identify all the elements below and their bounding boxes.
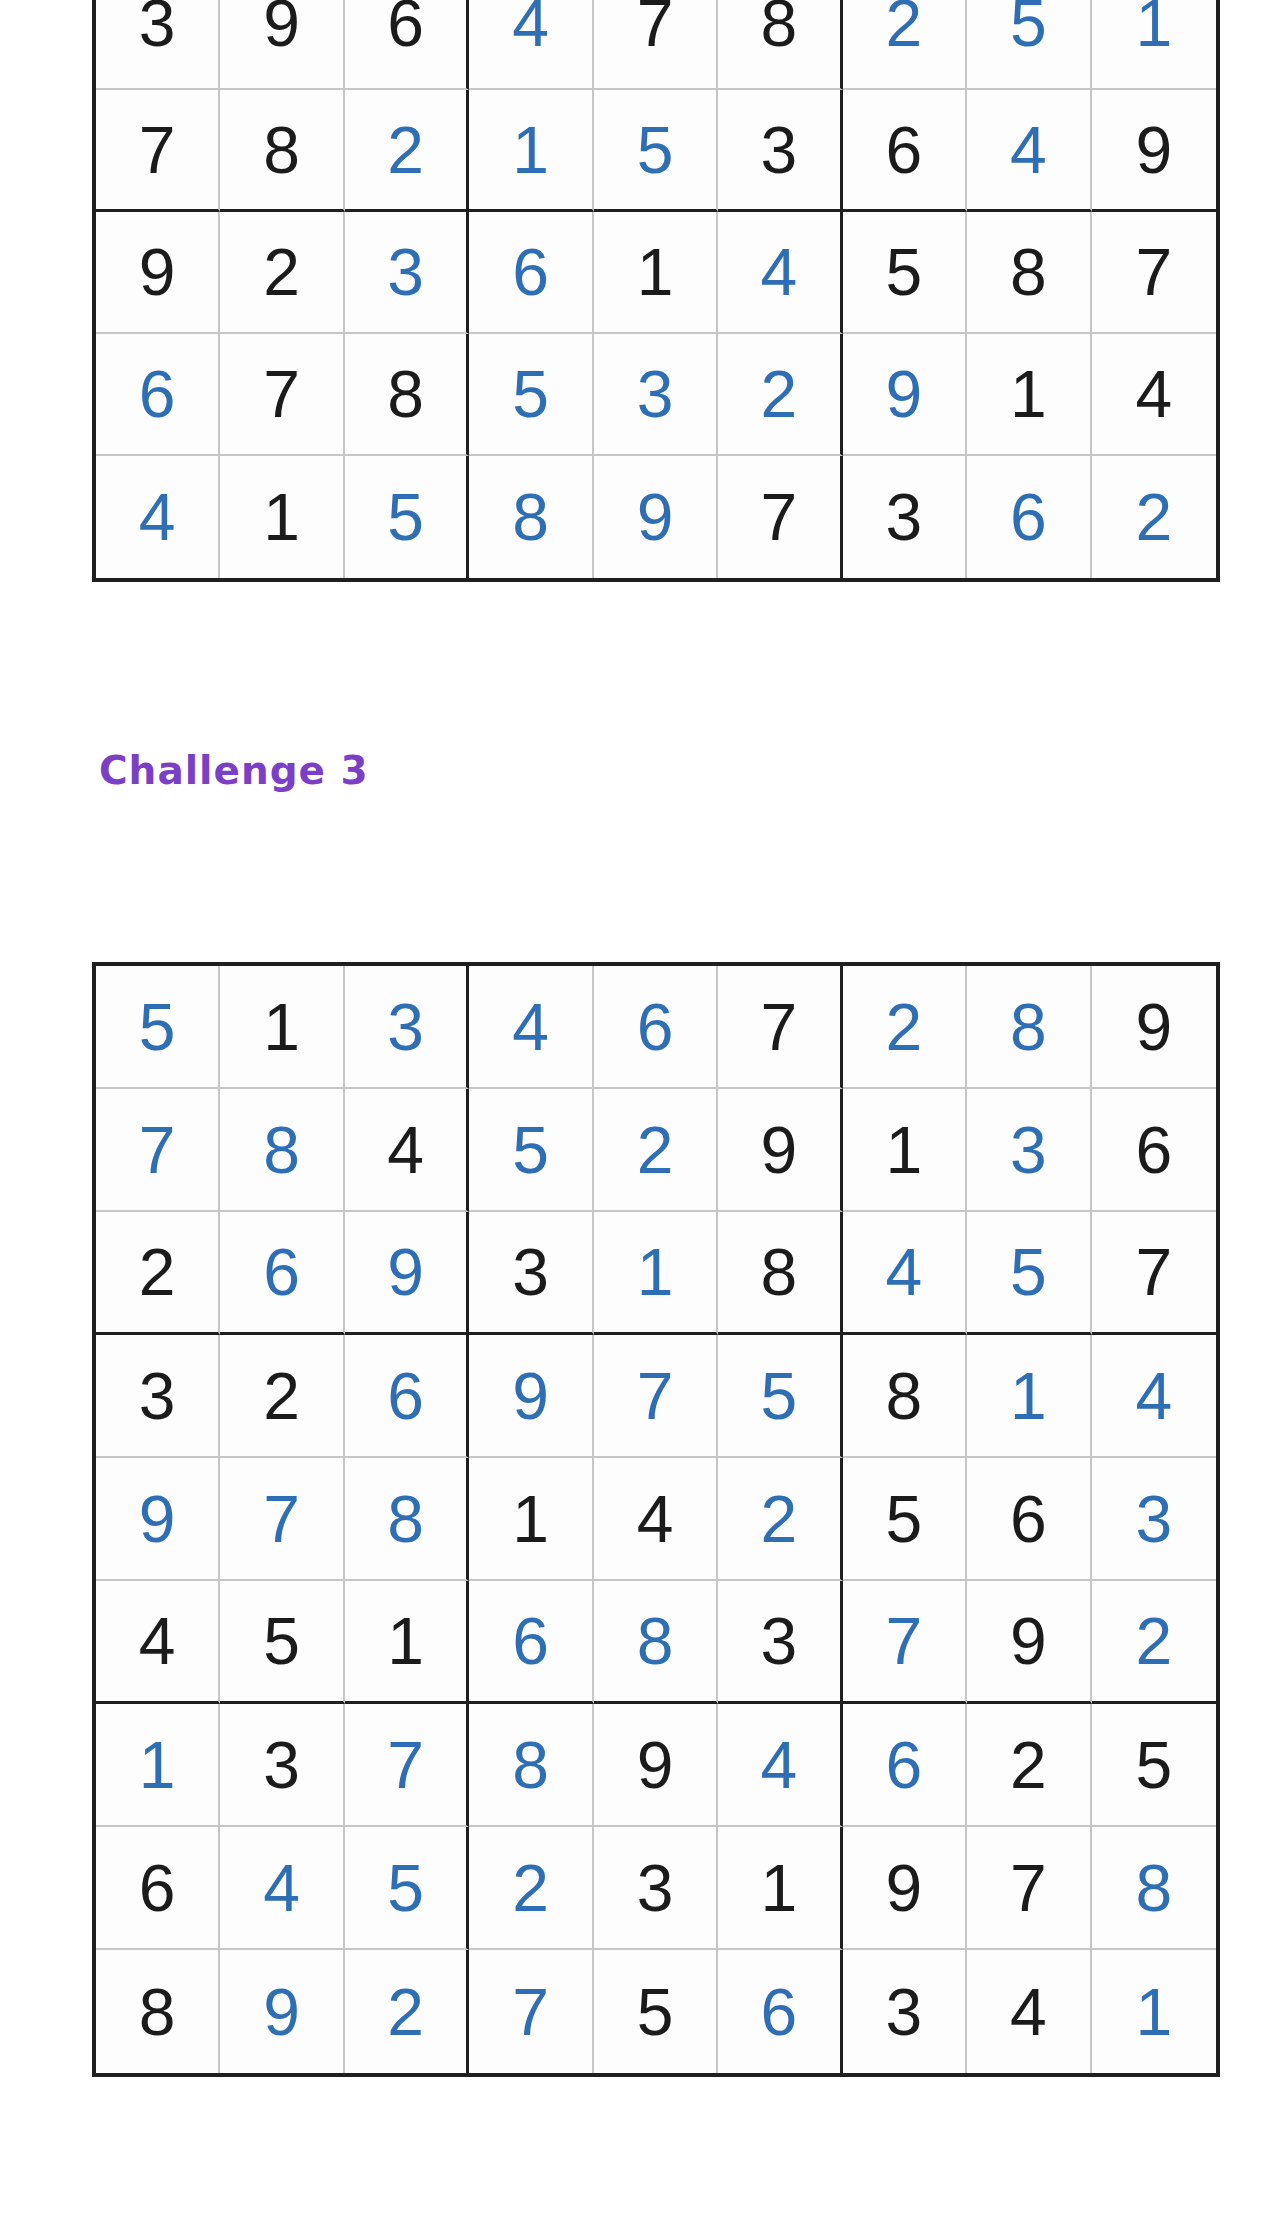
cell-digit: 9	[263, 1979, 300, 2045]
cell-r6-c8[interactable]: 4	[967, 90, 1091, 212]
cell-r6-c3[interactable]: 1	[345, 1581, 469, 1704]
cell-digit: 5	[1010, 1239, 1047, 1305]
cell-r4-c7[interactable]: 8	[843, 1335, 967, 1458]
cell-digit: 3	[761, 117, 798, 183]
cell-r9-c4[interactable]: 8	[469, 456, 593, 578]
cell-digit: 8	[263, 117, 300, 183]
cell-r3-c8[interactable]: 5	[967, 1212, 1091, 1335]
cell-digit: 4	[886, 1239, 923, 1305]
cell-r8-c3[interactable]: 5	[345, 1827, 469, 1950]
cell-r8-c2[interactable]: 4	[220, 1827, 344, 1950]
cell-r7-c6[interactable]: 4	[718, 1704, 842, 1827]
cell-r6-c4[interactable]: 1	[469, 90, 593, 212]
cell-r3-c3[interactable]: 9	[345, 1212, 469, 1335]
cell-digit: 7	[263, 1486, 300, 1552]
cell-r6-c6[interactable]: 3	[718, 1581, 842, 1704]
cell-digit: 3	[263, 1732, 300, 1798]
cell-r4-c4[interactable]: 9	[469, 1335, 593, 1458]
cell-digit: 6	[139, 361, 176, 427]
cell-digit: 3	[886, 1979, 923, 2045]
cell-r5-c6[interactable]: 8	[718, 0, 842, 90]
cell-r1-c3[interactable]: 3	[345, 966, 469, 1089]
cell-r5-c3[interactable]: 6	[345, 0, 469, 90]
cell-r9-c4[interactable]: 7	[469, 1950, 593, 2073]
cell-digit: 8	[1010, 239, 1047, 305]
cell-r7-c4[interactable]: 6	[469, 212, 593, 334]
cell-r5-c1[interactable]: 9	[96, 1458, 220, 1581]
cell-digit: 8	[637, 1608, 674, 1674]
cell-digit: 1	[1010, 1363, 1047, 1429]
cell-digit: 3	[139, 1363, 176, 1429]
cell-r9-c7[interactable]: 3	[843, 1950, 967, 2073]
cell-digit: 7	[761, 994, 798, 1060]
cell-digit: 1	[637, 1239, 674, 1305]
cell-r8-c5[interactable]: 3	[594, 334, 718, 456]
cell-digit: 1	[761, 1855, 798, 1921]
cell-r2-c4[interactable]: 5	[469, 1089, 593, 1212]
cell-digit: 4	[637, 1486, 674, 1552]
cell-digit: 6	[1010, 484, 1047, 550]
cell-digit: 3	[139, 0, 176, 56]
cell-r8-c5[interactable]: 3	[594, 1827, 718, 1950]
cell-r8-c2[interactable]: 7	[220, 334, 344, 456]
cell-r6-c8[interactable]: 9	[967, 1581, 1091, 1704]
cell-digit: 5	[637, 117, 674, 183]
cell-digit: 9	[637, 1732, 674, 1798]
cell-r3-c5[interactable]: 1	[594, 1212, 718, 1335]
cell-r2-c6[interactable]: 9	[718, 1089, 842, 1212]
cell-digit: 4	[512, 0, 549, 56]
cell-digit: 8	[761, 0, 798, 56]
cell-digit: 1	[1135, 0, 1172, 56]
cell-digit: 2	[886, 0, 923, 56]
cell-digit: 8	[512, 484, 549, 550]
cell-r5-c7[interactable]: 2	[843, 0, 967, 90]
cell-digit: 8	[1135, 1855, 1172, 1921]
cell-digit: 6	[387, 0, 424, 56]
cell-digit: 6	[886, 117, 923, 183]
cell-digit: 5	[886, 239, 923, 305]
cell-r4-c3[interactable]: 6	[345, 1335, 469, 1458]
cell-digit: 4	[761, 239, 798, 305]
cell-r7-c9[interactable]: 7	[1092, 212, 1216, 334]
cell-r6-c2[interactable]: 8	[220, 90, 344, 212]
cell-r4-c5[interactable]: 7	[594, 1335, 718, 1458]
cell-r2-c5[interactable]: 2	[594, 1089, 718, 1212]
cell-digit: 7	[512, 1979, 549, 2045]
cell-r8-c9[interactable]: 4	[1092, 334, 1216, 456]
cell-digit: 1	[886, 1117, 923, 1183]
cell-digit: 3	[637, 361, 674, 427]
cell-digit: 4	[1010, 117, 1047, 183]
cell-r2-c9[interactable]: 6	[1092, 1089, 1216, 1212]
cell-r6-c9[interactable]: 2	[1092, 1581, 1216, 1704]
cell-digit: 6	[512, 239, 549, 305]
cell-r9-c8[interactable]: 6	[967, 456, 1091, 578]
page: 3964782517821536499236145876785329144158…	[0, 0, 1280, 2221]
cell-digit: 9	[139, 1486, 176, 1552]
cell-digit: 2	[387, 117, 424, 183]
cell-r7-c8[interactable]: 2	[967, 1704, 1091, 1827]
cell-r6-c9[interactable]: 9	[1092, 90, 1216, 212]
cell-r3-c7[interactable]: 4	[843, 1212, 967, 1335]
cell-digit: 3	[512, 1239, 549, 1305]
cell-digit: 2	[512, 1855, 549, 1921]
cell-r1-c5[interactable]: 6	[594, 966, 718, 1089]
cell-r3-c9[interactable]: 7	[1092, 1212, 1216, 1335]
cell-r6-c3[interactable]: 2	[345, 90, 469, 212]
cell-r8-c1[interactable]: 6	[96, 1827, 220, 1950]
cell-r6-c4[interactable]: 6	[469, 1581, 593, 1704]
cell-r9-c5[interactable]: 5	[594, 1950, 718, 2073]
cell-r5-c9[interactable]: 1	[1092, 0, 1216, 90]
cell-digit: 7	[387, 1732, 424, 1798]
cell-digit: 2	[387, 1979, 424, 2045]
cell-digit: 5	[139, 994, 176, 1060]
cell-r2-c3[interactable]: 4	[345, 1089, 469, 1212]
cell-r2-c2[interactable]: 8	[220, 1089, 344, 1212]
cell-r3-c6[interactable]: 8	[718, 1212, 842, 1335]
cell-r4-c8[interactable]: 1	[967, 1335, 1091, 1458]
cell-r2-c8[interactable]: 3	[967, 1089, 1091, 1212]
cell-r1-c9[interactable]: 9	[1092, 966, 1216, 1089]
cell-r7-c5[interactable]: 9	[594, 1704, 718, 1827]
cell-digit: 5	[637, 1979, 674, 2045]
cell-digit: 3	[886, 484, 923, 550]
cell-r6-c2[interactable]: 5	[220, 1581, 344, 1704]
cell-digit: 9	[263, 0, 300, 56]
cell-r7-c1[interactable]: 9	[96, 212, 220, 334]
cell-digit: 7	[1135, 1239, 1172, 1305]
cell-r7-c2[interactable]: 3	[220, 1704, 344, 1827]
cell-r9-c6[interactable]: 7	[718, 456, 842, 578]
cell-digit: 4	[761, 1732, 798, 1798]
cell-r8-c7[interactable]: 9	[843, 334, 967, 456]
cell-r1-c6[interactable]: 7	[718, 966, 842, 1089]
cell-r9-c1[interactable]: 4	[96, 456, 220, 578]
cell-digit: 9	[512, 1363, 549, 1429]
cell-digit: 9	[387, 1239, 424, 1305]
cell-r5-c4[interactable]: 1	[469, 1458, 593, 1581]
cell-digit: 1	[139, 1732, 176, 1798]
cell-digit: 6	[1135, 1117, 1172, 1183]
cell-digit: 2	[761, 361, 798, 427]
cell-digit: 8	[512, 1732, 549, 1798]
cell-digit: 2	[886, 994, 923, 1060]
cell-digit: 4	[512, 994, 549, 1060]
cell-digit: 1	[512, 1486, 549, 1552]
cell-digit: 9	[886, 361, 923, 427]
cell-digit: 4	[1135, 1363, 1172, 1429]
cell-r8-c6[interactable]: 1	[718, 1827, 842, 1950]
cell-digit: 1	[1135, 1979, 1172, 2045]
cell-r8-c9[interactable]: 8	[1092, 1827, 1216, 1950]
sudoku-grid-challenge-3: 5134672897845291362693184573269758149781…	[92, 962, 1220, 2077]
cell-r7-c9[interactable]: 5	[1092, 1704, 1216, 1827]
cell-digit: 4	[387, 1117, 424, 1183]
cell-digit: 6	[637, 994, 674, 1060]
cell-digit: 2	[761, 1486, 798, 1552]
cell-digit: 7	[886, 1608, 923, 1674]
cell-digit: 6	[512, 1608, 549, 1674]
cell-digit: 3	[1010, 1117, 1047, 1183]
cell-r3-c4[interactable]: 3	[469, 1212, 593, 1335]
cell-r9-c6[interactable]: 6	[718, 1950, 842, 2073]
cell-r5-c9[interactable]: 3	[1092, 1458, 1216, 1581]
cell-digit: 5	[1135, 1732, 1172, 1798]
cell-digit: 8	[387, 361, 424, 427]
cell-digit: 6	[886, 1732, 923, 1798]
cell-r9-c3[interactable]: 2	[345, 1950, 469, 2073]
cell-r5-c8[interactable]: 5	[967, 0, 1091, 90]
cell-r5-c4[interactable]: 4	[469, 0, 593, 90]
cell-digit: 9	[1135, 994, 1172, 1060]
cell-r9-c2[interactable]: 1	[220, 456, 344, 578]
cell-r7-c5[interactable]: 1	[594, 212, 718, 334]
cell-r5-c5[interactable]: 4	[594, 1458, 718, 1581]
cell-digit: 4	[139, 1608, 176, 1674]
cell-digit: 5	[387, 484, 424, 550]
cell-r6-c7[interactable]: 6	[843, 90, 967, 212]
cell-r4-c1[interactable]: 3	[96, 1335, 220, 1458]
cell-r6-c6[interactable]: 3	[718, 90, 842, 212]
cell-digit: 6	[139, 1855, 176, 1921]
cell-r5-c3[interactable]: 8	[345, 1458, 469, 1581]
cell-digit: 8	[139, 1979, 176, 2045]
cell-digit: 2	[1135, 1608, 1172, 1674]
cell-r7-c3[interactable]: 3	[345, 212, 469, 334]
cell-digit: 2	[1135, 484, 1172, 550]
cell-r6-c1[interactable]: 7	[96, 90, 220, 212]
cell-r7-c1[interactable]: 1	[96, 1704, 220, 1827]
cell-digit: 8	[387, 1486, 424, 1552]
cell-digit: 7	[139, 117, 176, 183]
cell-r9-c9[interactable]: 1	[1092, 1950, 1216, 2073]
cell-r5-c2[interactable]: 9	[220, 0, 344, 90]
cell-r5-c7[interactable]: 5	[843, 1458, 967, 1581]
cell-r2-c1[interactable]: 7	[96, 1089, 220, 1212]
cell-digit: 1	[637, 239, 674, 305]
cell-r6-c5[interactable]: 8	[594, 1581, 718, 1704]
cell-digit: 7	[1010, 1855, 1047, 1921]
cell-r7-c7[interactable]: 6	[843, 1704, 967, 1827]
cell-digit: 5	[761, 1363, 798, 1429]
cell-digit: 8	[886, 1363, 923, 1429]
cell-digit: 4	[1135, 361, 1172, 427]
cell-digit: 3	[387, 239, 424, 305]
cell-digit: 1	[387, 1608, 424, 1674]
cell-r9-c7[interactable]: 3	[843, 456, 967, 578]
cell-r9-c9[interactable]: 2	[1092, 456, 1216, 578]
cell-digit: 5	[512, 361, 549, 427]
cell-digit: 6	[1010, 1486, 1047, 1552]
cell-r8-c8[interactable]: 1	[967, 334, 1091, 456]
cell-r8-c4[interactable]: 2	[469, 1827, 593, 1950]
cell-digit: 2	[263, 1363, 300, 1429]
cell-r5-c6[interactable]: 2	[718, 1458, 842, 1581]
cell-digit: 3	[761, 1608, 798, 1674]
cell-r6-c1[interactable]: 4	[96, 1581, 220, 1704]
cell-digit: 2	[1010, 1732, 1047, 1798]
cell-r9-c2[interactable]: 9	[220, 1950, 344, 2073]
cell-digit: 5	[512, 1117, 549, 1183]
cell-r5-c5[interactable]: 7	[594, 0, 718, 90]
cell-digit: 4	[139, 484, 176, 550]
cell-r5-c2[interactable]: 7	[220, 1458, 344, 1581]
cell-digit: 5	[1010, 0, 1047, 56]
cell-digit: 7	[761, 484, 798, 550]
cell-digit: 1	[263, 484, 300, 550]
cell-r9-c5[interactable]: 9	[594, 456, 718, 578]
cell-r1-c7[interactable]: 2	[843, 966, 967, 1089]
cell-r1-c8[interactable]: 8	[967, 966, 1091, 1089]
cell-digit: 2	[637, 1117, 674, 1183]
cell-digit: 3	[387, 994, 424, 1060]
cell-r3-c1[interactable]: 2	[96, 1212, 220, 1335]
cell-r2-c7[interactable]: 1	[843, 1089, 967, 1212]
cell-r8-c4[interactable]: 5	[469, 334, 593, 456]
cell-r9-c8[interactable]: 4	[967, 1950, 1091, 2073]
cell-digit: 8	[263, 1117, 300, 1183]
cell-digit: 8	[761, 1239, 798, 1305]
cell-r5-c1[interactable]: 3	[96, 0, 220, 90]
cell-r4-c2[interactable]: 2	[220, 1335, 344, 1458]
cell-r4-c6[interactable]: 5	[718, 1335, 842, 1458]
cell-digit: 1	[512, 117, 549, 183]
cell-r7-c8[interactable]: 8	[967, 212, 1091, 334]
cell-digit: 3	[637, 1855, 674, 1921]
cell-digit: 3	[1135, 1486, 1172, 1552]
cell-r7-c4[interactable]: 8	[469, 1704, 593, 1827]
cell-r1-c4[interactable]: 4	[469, 966, 593, 1089]
cell-r7-c2[interactable]: 2	[220, 212, 344, 334]
cell-r9-c3[interactable]: 5	[345, 456, 469, 578]
cell-r1-c2[interactable]: 1	[220, 966, 344, 1089]
cell-digit: 6	[263, 1239, 300, 1305]
cell-digit: 7	[637, 0, 674, 56]
cell-r7-c3[interactable]: 7	[345, 1704, 469, 1827]
cell-r8-c1[interactable]: 6	[96, 334, 220, 456]
sudoku-grid-partial: 3964782517821536499236145876785329144158…	[92, 0, 1220, 582]
cell-digit: 2	[263, 239, 300, 305]
cell-digit: 1	[263, 994, 300, 1060]
cell-digit: 9	[886, 1855, 923, 1921]
cell-digit: 2	[139, 1239, 176, 1305]
cell-digit: 5	[886, 1486, 923, 1552]
cell-digit: 9	[139, 239, 176, 305]
cell-r3-c2[interactable]: 6	[220, 1212, 344, 1335]
cell-digit: 7	[1135, 239, 1172, 305]
cell-r7-c6[interactable]: 4	[718, 212, 842, 334]
cell-r8-c3[interactable]: 8	[345, 334, 469, 456]
cell-digit: 7	[139, 1117, 176, 1183]
cell-digit: 1	[1010, 361, 1047, 427]
challenge-label: Challenge 3	[99, 748, 369, 793]
cell-r7-c7[interactable]: 5	[843, 212, 967, 334]
cell-digit: 8	[1010, 994, 1047, 1060]
cell-digit: 6	[387, 1363, 424, 1429]
cell-r8-c6[interactable]: 2	[718, 334, 842, 456]
cell-r6-c7[interactable]: 7	[843, 1581, 967, 1704]
cell-r1-c1[interactable]: 5	[96, 966, 220, 1089]
cell-r8-c7[interactable]: 9	[843, 1827, 967, 1950]
cell-digit: 6	[761, 1979, 798, 2045]
cell-digit: 5	[387, 1855, 424, 1921]
cell-digit: 7	[263, 361, 300, 427]
cell-digit: 7	[637, 1363, 674, 1429]
cell-r5-c8[interactable]: 6	[967, 1458, 1091, 1581]
cell-r6-c5[interactable]: 5	[594, 90, 718, 212]
cell-digit: 9	[1010, 1608, 1047, 1674]
cell-digit: 4	[263, 1855, 300, 1921]
cell-digit: 9	[1135, 117, 1172, 183]
cell-digit: 9	[761, 1117, 798, 1183]
cell-digit: 5	[263, 1608, 300, 1674]
cell-digit: 9	[637, 484, 674, 550]
cell-digit: 4	[1010, 1979, 1047, 2045]
cell-r9-c1[interactable]: 8	[96, 1950, 220, 2073]
cell-r4-c9[interactable]: 4	[1092, 1335, 1216, 1458]
cell-r8-c8[interactable]: 7	[967, 1827, 1091, 1950]
